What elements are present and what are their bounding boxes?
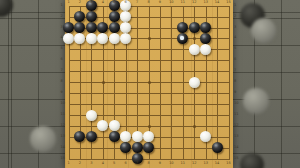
coordinate-tick: 9 (159, 162, 161, 166)
go-board[interactable] (65, 0, 234, 168)
coordinate-tick: 13 (234, 135, 238, 139)
coordinate-tick: 13 (203, 1, 207, 5)
black-stone (212, 142, 223, 153)
coordinate-tick: 11 (181, 1, 185, 5)
white-stone (97, 120, 108, 131)
black-stone (189, 22, 200, 33)
grid-line-vertical (229, 6, 230, 160)
star-point (148, 81, 151, 84)
background-white-stone (243, 88, 269, 114)
coordinate-tick: 13 (203, 162, 207, 166)
coordinate-tick: 14 (215, 162, 219, 166)
grid-line-horizontal (69, 159, 230, 160)
black-stone (74, 131, 85, 142)
coordinate-tick: 2 (234, 15, 236, 19)
white-stone (74, 33, 85, 44)
black-stone (132, 142, 143, 153)
coordinate-tick: 15 (226, 1, 230, 5)
coordinate-tick: 7 (61, 70, 63, 74)
coordinate-tick: 5 (61, 48, 63, 52)
go-app-screen: 1122334455667788991010111112121313141415… (0, 0, 300, 168)
coordinate-tick: 15 (234, 157, 238, 161)
coordinate-tick: 4 (234, 37, 236, 41)
white-stone (86, 110, 97, 121)
coordinate-tick: 6 (234, 59, 236, 63)
coordinate-tick: 15 (226, 162, 230, 166)
black-stone (86, 131, 97, 142)
white-stone (120, 22, 131, 33)
star-point (193, 125, 196, 128)
coordinate-tick: 13 (61, 135, 65, 139)
coordinate-tick: 14 (215, 1, 219, 5)
coordinate-tick: 14 (234, 146, 238, 150)
coordinate-tick: 7 (234, 70, 236, 74)
white-stone (120, 33, 131, 44)
black-stone (177, 33, 188, 44)
grid-line-vertical (217, 6, 218, 160)
star-point (102, 81, 105, 84)
star-point (148, 125, 151, 128)
black-stone (200, 33, 211, 44)
coordinate-tick: 12 (192, 1, 196, 5)
coordinate-tick: 11 (61, 113, 65, 117)
coordinate-tick: 5 (234, 48, 236, 52)
coordinate-tick: 9 (234, 91, 236, 95)
coordinate-tick: 6 (125, 1, 127, 5)
coordinate-tick: 4 (102, 162, 104, 166)
black-stone (177, 22, 188, 33)
last-move-marker (180, 36, 184, 40)
coordinate-tick: 10 (169, 1, 173, 5)
coordinate-tick: 10 (61, 102, 65, 106)
coordinate-tick: 9 (159, 1, 161, 5)
black-stone (86, 11, 97, 22)
white-stone (63, 33, 74, 44)
white-stone (109, 120, 120, 131)
coordinate-tick: 5 (113, 162, 115, 166)
coordinate-tick: 3 (61, 26, 63, 30)
white-stone (132, 131, 143, 142)
coordinate-tick: 3 (234, 26, 236, 30)
white-stone (97, 33, 108, 44)
black-stone (109, 11, 120, 22)
coordinate-tick: 12 (61, 124, 65, 128)
coordinate-tick: 6 (125, 162, 127, 166)
white-stone (120, 131, 131, 142)
coordinate-tick: 10 (169, 162, 173, 166)
background-white-stone (251, 18, 276, 43)
coordinate-tick: 3 (90, 162, 92, 166)
white-stone (120, 11, 131, 22)
coordinate-tick: 9 (61, 91, 63, 95)
background-black-stone (0, 0, 13, 17)
coordinate-tick: 12 (192, 162, 196, 166)
white-stone (109, 33, 120, 44)
black-stone (86, 22, 97, 33)
background-white-stone (30, 126, 56, 152)
coordinate-tick: 2 (79, 1, 81, 5)
coordinate-tick: 4 (102, 1, 104, 5)
black-stone (120, 142, 131, 153)
coordinate-tick: 12 (234, 124, 238, 128)
black-stone (109, 22, 120, 33)
coordinate-tick: 2 (61, 15, 63, 19)
black-stone (200, 22, 211, 33)
black-stone (74, 11, 85, 22)
coordinate-tick: 14 (61, 146, 65, 150)
coordinate-tick: 1 (67, 1, 69, 5)
white-stone (86, 33, 97, 44)
coordinate-tick: 8 (147, 162, 149, 166)
coordinate-tick: 1 (67, 162, 69, 166)
coordinate-tick: 7 (136, 1, 138, 5)
white-stone (189, 77, 200, 88)
coordinate-tick: 5 (113, 1, 115, 5)
white-stone (189, 44, 200, 55)
background-black-stone (240, 153, 264, 168)
coordinate-tick: 15 (61, 157, 65, 161)
white-stone (143, 131, 154, 142)
coordinate-tick: 11 (181, 162, 185, 166)
white-stone (200, 44, 211, 55)
coordinate-tick: 10 (234, 102, 238, 106)
coordinate-tick: 8 (234, 80, 236, 84)
coordinate-tick: 1 (234, 4, 236, 8)
coordinate-tick: 8 (147, 1, 149, 5)
coordinate-tick: 1 (61, 4, 63, 8)
coordinate-tick: 2 (79, 162, 81, 166)
black-stone (143, 142, 154, 153)
black-stone (74, 22, 85, 33)
black-stone (109, 131, 120, 142)
white-stone (200, 131, 211, 142)
coordinate-tick: 7 (136, 162, 138, 166)
coordinate-tick: 4 (61, 37, 63, 41)
coordinate-tick: 6 (61, 59, 63, 63)
black-stone (97, 22, 108, 33)
black-stone (63, 22, 74, 33)
coordinate-tick: 3 (90, 1, 92, 5)
coordinate-tick: 11 (234, 113, 238, 117)
coordinate-tick: 8 (61, 80, 63, 84)
